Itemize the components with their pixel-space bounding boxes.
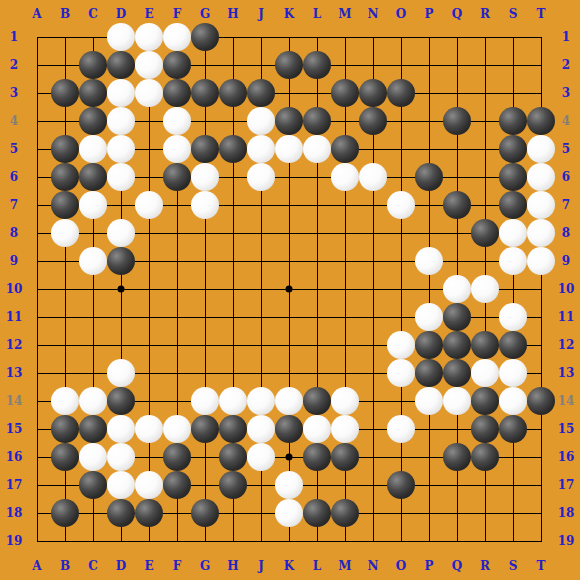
black-stone[interactable] bbox=[51, 499, 79, 527]
column-label: F bbox=[173, 559, 182, 573]
row-label: 7 bbox=[10, 198, 18, 212]
row-label: 5 bbox=[562, 142, 570, 156]
black-stone[interactable] bbox=[443, 107, 471, 135]
black-stone[interactable] bbox=[331, 443, 359, 471]
white-stone[interactable] bbox=[247, 107, 275, 135]
row-label: 16 bbox=[6, 450, 23, 464]
black-stone[interactable] bbox=[471, 331, 499, 359]
white-stone[interactable] bbox=[303, 415, 331, 443]
column-label: J bbox=[258, 7, 264, 21]
row-label: 15 bbox=[6, 422, 23, 436]
column-label: P bbox=[424, 559, 433, 573]
white-stone[interactable] bbox=[331, 415, 359, 443]
black-stone[interactable] bbox=[471, 387, 499, 415]
row-label: 18 bbox=[6, 506, 23, 520]
white-stone[interactable] bbox=[387, 331, 415, 359]
column-label: D bbox=[116, 7, 126, 21]
black-stone[interactable] bbox=[471, 219, 499, 247]
row-label: 2 bbox=[10, 58, 18, 72]
column-label: M bbox=[338, 7, 351, 21]
black-stone[interactable] bbox=[387, 79, 415, 107]
white-stone[interactable] bbox=[51, 219, 79, 247]
white-stone[interactable] bbox=[107, 135, 135, 163]
black-stone[interactable] bbox=[51, 415, 79, 443]
white-stone[interactable] bbox=[135, 51, 163, 79]
black-stone[interactable] bbox=[443, 443, 471, 471]
black-stone[interactable] bbox=[107, 387, 135, 415]
row-label: 16 bbox=[558, 450, 575, 464]
white-stone[interactable] bbox=[163, 135, 191, 163]
row-label: 1 bbox=[562, 30, 570, 44]
star-point bbox=[286, 454, 293, 461]
black-stone[interactable] bbox=[191, 415, 219, 443]
black-stone[interactable] bbox=[191, 79, 219, 107]
black-stone[interactable] bbox=[359, 79, 387, 107]
column-label: S bbox=[509, 7, 518, 21]
row-label: 13 bbox=[558, 366, 575, 380]
grid-line bbox=[429, 37, 430, 542]
black-stone[interactable] bbox=[51, 191, 79, 219]
white-stone[interactable] bbox=[331, 163, 359, 191]
column-label: M bbox=[338, 559, 351, 573]
row-label: 12 bbox=[6, 338, 23, 352]
row-label: 14 bbox=[6, 394, 23, 408]
row-label: 18 bbox=[558, 506, 575, 520]
black-stone[interactable] bbox=[135, 499, 163, 527]
black-stone[interactable] bbox=[79, 107, 107, 135]
white-stone[interactable] bbox=[219, 387, 247, 415]
black-stone[interactable] bbox=[359, 107, 387, 135]
row-label: 10 bbox=[6, 282, 23, 296]
black-stone[interactable] bbox=[499, 163, 527, 191]
white-stone[interactable] bbox=[527, 163, 555, 191]
black-stone[interactable] bbox=[303, 51, 331, 79]
column-label: K bbox=[284, 7, 294, 21]
column-label: H bbox=[227, 559, 238, 573]
black-stone[interactable] bbox=[499, 191, 527, 219]
white-stone[interactable] bbox=[107, 443, 135, 471]
black-stone[interactable] bbox=[79, 163, 107, 191]
black-stone[interactable] bbox=[443, 359, 471, 387]
column-label: N bbox=[368, 559, 379, 573]
white-stone[interactable] bbox=[163, 415, 191, 443]
white-stone[interactable] bbox=[107, 359, 135, 387]
column-label: T bbox=[537, 7, 546, 21]
column-label: A bbox=[32, 559, 41, 573]
white-stone[interactable] bbox=[275, 499, 303, 527]
black-stone[interactable] bbox=[191, 135, 219, 163]
white-stone[interactable] bbox=[107, 471, 135, 499]
white-stone[interactable] bbox=[135, 191, 163, 219]
column-label: Q bbox=[452, 559, 462, 573]
row-label: 12 bbox=[558, 338, 575, 352]
black-stone[interactable] bbox=[471, 415, 499, 443]
column-label: C bbox=[88, 559, 98, 573]
column-label: T bbox=[537, 559, 546, 573]
white-stone[interactable] bbox=[527, 247, 555, 275]
black-stone[interactable] bbox=[527, 107, 555, 135]
white-stone[interactable] bbox=[79, 191, 107, 219]
white-stone[interactable] bbox=[387, 359, 415, 387]
white-stone[interactable] bbox=[247, 443, 275, 471]
black-stone[interactable] bbox=[499, 135, 527, 163]
white-stone[interactable] bbox=[415, 303, 443, 331]
black-stone[interactable] bbox=[443, 191, 471, 219]
black-stone[interactable] bbox=[51, 135, 79, 163]
black-stone[interactable] bbox=[51, 79, 79, 107]
row-label: 3 bbox=[10, 86, 18, 100]
black-stone[interactable] bbox=[107, 247, 135, 275]
column-label: K bbox=[284, 559, 294, 573]
black-stone[interactable] bbox=[247, 79, 275, 107]
white-stone[interactable] bbox=[107, 23, 135, 51]
star-point bbox=[286, 286, 293, 293]
white-stone[interactable] bbox=[471, 275, 499, 303]
black-stone[interactable] bbox=[415, 163, 443, 191]
row-label: 6 bbox=[562, 170, 570, 184]
white-stone[interactable] bbox=[499, 387, 527, 415]
white-stone[interactable] bbox=[387, 415, 415, 443]
column-label: D bbox=[116, 559, 126, 573]
black-stone[interactable] bbox=[331, 79, 359, 107]
column-label: H bbox=[227, 7, 238, 21]
black-stone[interactable] bbox=[499, 415, 527, 443]
column-label: R bbox=[480, 559, 490, 573]
black-stone[interactable] bbox=[163, 163, 191, 191]
column-label: G bbox=[200, 559, 210, 573]
black-stone[interactable] bbox=[219, 135, 247, 163]
white-stone[interactable] bbox=[387, 191, 415, 219]
black-stone[interactable] bbox=[331, 135, 359, 163]
column-label: B bbox=[60, 7, 70, 21]
black-stone[interactable] bbox=[79, 51, 107, 79]
black-stone[interactable] bbox=[471, 443, 499, 471]
row-label: 5 bbox=[10, 142, 18, 156]
black-stone[interactable] bbox=[275, 107, 303, 135]
white-stone[interactable] bbox=[415, 387, 443, 415]
white-stone[interactable] bbox=[527, 219, 555, 247]
white-stone[interactable] bbox=[359, 163, 387, 191]
column-label: L bbox=[313, 559, 321, 573]
black-stone[interactable] bbox=[163, 471, 191, 499]
white-stone[interactable] bbox=[51, 387, 79, 415]
white-stone[interactable] bbox=[191, 387, 219, 415]
white-stone[interactable] bbox=[275, 135, 303, 163]
column-label: P bbox=[424, 7, 433, 21]
black-stone[interactable] bbox=[79, 471, 107, 499]
black-stone[interactable] bbox=[191, 499, 219, 527]
column-label: R bbox=[480, 7, 490, 21]
white-stone[interactable] bbox=[107, 219, 135, 247]
grid-line bbox=[401, 37, 402, 542]
black-stone[interactable] bbox=[499, 331, 527, 359]
black-stone[interactable] bbox=[163, 79, 191, 107]
black-stone[interactable] bbox=[219, 471, 247, 499]
black-stone[interactable] bbox=[163, 51, 191, 79]
black-stone[interactable] bbox=[331, 499, 359, 527]
column-label: O bbox=[396, 7, 406, 21]
black-stone[interactable] bbox=[303, 443, 331, 471]
white-stone[interactable] bbox=[79, 387, 107, 415]
row-label: 3 bbox=[562, 86, 570, 100]
black-stone[interactable] bbox=[415, 331, 443, 359]
row-label: 13 bbox=[6, 366, 23, 380]
white-stone[interactable] bbox=[527, 191, 555, 219]
column-label: N bbox=[368, 7, 379, 21]
black-stone[interactable] bbox=[51, 443, 79, 471]
column-label: J bbox=[258, 559, 264, 573]
go-board[interactable]: AABBCCDDEEFFGGHHJJKKLLMMNNOOPPQQRRSSTT11… bbox=[0, 0, 580, 580]
black-stone[interactable] bbox=[107, 51, 135, 79]
black-stone[interactable] bbox=[219, 443, 247, 471]
black-stone[interactable] bbox=[527, 387, 555, 415]
row-label: 19 bbox=[6, 534, 23, 548]
white-stone[interactable] bbox=[499, 303, 527, 331]
black-stone[interactable] bbox=[303, 499, 331, 527]
row-label: 4 bbox=[10, 114, 18, 128]
row-label: 11 bbox=[558, 310, 575, 324]
row-label: 4 bbox=[562, 114, 570, 128]
black-stone[interactable] bbox=[303, 387, 331, 415]
row-label: 17 bbox=[558, 478, 575, 492]
black-stone[interactable] bbox=[443, 303, 471, 331]
white-stone[interactable] bbox=[163, 23, 191, 51]
black-stone[interactable] bbox=[275, 415, 303, 443]
column-label: E bbox=[144, 559, 153, 573]
black-stone[interactable] bbox=[219, 79, 247, 107]
row-label: 11 bbox=[6, 310, 23, 324]
row-label: 9 bbox=[562, 254, 570, 268]
white-stone[interactable] bbox=[79, 443, 107, 471]
white-stone[interactable] bbox=[275, 387, 303, 415]
white-stone[interactable] bbox=[135, 415, 163, 443]
row-label: 15 bbox=[558, 422, 575, 436]
white-stone[interactable] bbox=[107, 79, 135, 107]
white-stone[interactable] bbox=[135, 23, 163, 51]
row-label: 8 bbox=[10, 226, 18, 240]
white-stone[interactable] bbox=[191, 163, 219, 191]
row-label: 9 bbox=[10, 254, 18, 268]
black-stone[interactable] bbox=[499, 107, 527, 135]
black-stone[interactable] bbox=[191, 23, 219, 51]
black-stone[interactable] bbox=[79, 415, 107, 443]
black-stone[interactable] bbox=[387, 471, 415, 499]
white-stone[interactable] bbox=[275, 471, 303, 499]
column-label: A bbox=[32, 7, 41, 21]
white-stone[interactable] bbox=[499, 247, 527, 275]
white-stone[interactable] bbox=[527, 135, 555, 163]
row-label: 2 bbox=[562, 58, 570, 72]
black-stone[interactable] bbox=[303, 107, 331, 135]
white-stone[interactable] bbox=[471, 359, 499, 387]
grid-line bbox=[37, 541, 542, 542]
black-stone[interactable] bbox=[79, 79, 107, 107]
column-label: Q bbox=[452, 7, 462, 21]
white-stone[interactable] bbox=[247, 135, 275, 163]
column-label: E bbox=[144, 7, 153, 21]
white-stone[interactable] bbox=[331, 387, 359, 415]
black-stone[interactable] bbox=[107, 499, 135, 527]
black-stone[interactable] bbox=[443, 331, 471, 359]
black-stone[interactable] bbox=[219, 415, 247, 443]
column-label: S bbox=[509, 559, 518, 573]
white-stone[interactable] bbox=[135, 471, 163, 499]
row-label: 19 bbox=[558, 534, 575, 548]
column-label: C bbox=[88, 7, 98, 21]
column-label: F bbox=[173, 7, 182, 21]
white-stone[interactable] bbox=[79, 135, 107, 163]
white-stone[interactable] bbox=[191, 191, 219, 219]
row-label: 7 bbox=[562, 198, 570, 212]
white-stone[interactable] bbox=[107, 415, 135, 443]
column-label: L bbox=[313, 7, 321, 21]
white-stone[interactable] bbox=[247, 163, 275, 191]
row-label: 14 bbox=[558, 394, 575, 408]
column-label: G bbox=[200, 7, 210, 21]
black-stone[interactable] bbox=[163, 443, 191, 471]
row-label: 6 bbox=[10, 170, 18, 184]
white-stone[interactable] bbox=[107, 107, 135, 135]
white-stone[interactable] bbox=[107, 163, 135, 191]
white-stone[interactable] bbox=[163, 107, 191, 135]
white-stone[interactable] bbox=[443, 387, 471, 415]
black-stone[interactable] bbox=[275, 51, 303, 79]
row-label: 17 bbox=[6, 478, 23, 492]
white-stone[interactable] bbox=[499, 219, 527, 247]
white-stone[interactable] bbox=[303, 135, 331, 163]
white-stone[interactable] bbox=[247, 415, 275, 443]
column-label: B bbox=[60, 559, 70, 573]
column-label: O bbox=[396, 559, 406, 573]
white-stone[interactable] bbox=[499, 359, 527, 387]
row-label: 10 bbox=[558, 282, 575, 296]
black-stone[interactable] bbox=[51, 163, 79, 191]
row-label: 8 bbox=[562, 226, 570, 240]
white-stone[interactable] bbox=[247, 387, 275, 415]
white-stone[interactable] bbox=[135, 79, 163, 107]
white-stone[interactable] bbox=[443, 275, 471, 303]
row-label: 1 bbox=[10, 30, 18, 44]
white-stone[interactable] bbox=[79, 247, 107, 275]
star-point bbox=[118, 286, 125, 293]
white-stone[interactable] bbox=[415, 247, 443, 275]
black-stone[interactable] bbox=[415, 359, 443, 387]
